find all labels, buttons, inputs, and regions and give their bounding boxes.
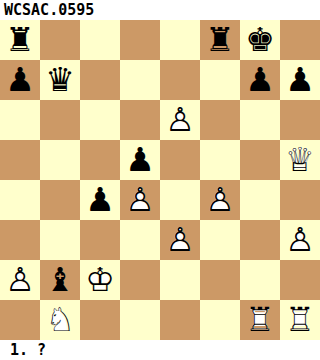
prompt-bar: 1. ? xyxy=(0,340,320,360)
square-a3[interactable] xyxy=(0,220,40,260)
square-h3[interactable]: ♟♙ xyxy=(280,220,320,260)
square-h1[interactable]: ♜♖ xyxy=(280,300,320,340)
piece-black-pawn: ♟ xyxy=(240,60,280,100)
square-a6[interactable] xyxy=(0,100,40,140)
square-a8[interactable]: ♜ xyxy=(0,20,40,60)
square-g8[interactable]: ♚ xyxy=(240,20,280,60)
piece-white-pawn: ♟♙ xyxy=(0,260,40,300)
square-c3[interactable] xyxy=(80,220,120,260)
square-f2[interactable] xyxy=(200,260,240,300)
square-b2[interactable]: ♝ xyxy=(40,260,80,300)
piece-white-pawn: ♟♙ xyxy=(160,220,200,260)
square-g5[interactable] xyxy=(240,140,280,180)
square-f4[interactable]: ♟♙ xyxy=(200,180,240,220)
square-g6[interactable] xyxy=(240,100,280,140)
square-e5[interactable] xyxy=(160,140,200,180)
square-h2[interactable] xyxy=(280,260,320,300)
square-d5[interactable]: ♟ xyxy=(120,140,160,180)
square-c1[interactable] xyxy=(80,300,120,340)
square-b4[interactable] xyxy=(40,180,80,220)
puzzle-id: WCSAC.0595 xyxy=(4,0,94,20)
square-c8[interactable] xyxy=(80,20,120,60)
piece-black-king: ♚ xyxy=(240,20,280,60)
square-f5[interactable] xyxy=(200,140,240,180)
square-b6[interactable] xyxy=(40,100,80,140)
piece-white-pawn: ♟♙ xyxy=(160,100,200,140)
square-b1[interactable]: ♞♘ xyxy=(40,300,80,340)
square-d3[interactable] xyxy=(120,220,160,260)
square-a5[interactable] xyxy=(0,140,40,180)
piece-white-knight: ♞♘ xyxy=(40,300,80,340)
piece-black-rook: ♜ xyxy=(200,20,240,60)
piece-black-bishop: ♝ xyxy=(40,260,80,300)
square-c5[interactable] xyxy=(80,140,120,180)
piece-black-pawn: ♟ xyxy=(120,140,160,180)
square-g4[interactable] xyxy=(240,180,280,220)
square-d6[interactable] xyxy=(120,100,160,140)
square-c2[interactable]: ♚♔ xyxy=(80,260,120,300)
square-d8[interactable] xyxy=(120,20,160,60)
piece-white-queen: ♛♕ xyxy=(280,140,320,180)
piece-white-king: ♚♔ xyxy=(80,260,120,300)
square-b7[interactable]: ♛ xyxy=(40,60,80,100)
piece-white-pawn: ♟♙ xyxy=(120,180,160,220)
square-h5[interactable]: ♛♕ xyxy=(280,140,320,180)
piece-black-pawn: ♟ xyxy=(80,180,120,220)
square-e6[interactable]: ♟♙ xyxy=(160,100,200,140)
square-h8[interactable] xyxy=(280,20,320,60)
piece-white-pawn: ♟♙ xyxy=(280,220,320,260)
square-a2[interactable]: ♟♙ xyxy=(0,260,40,300)
square-a7[interactable]: ♟ xyxy=(0,60,40,100)
square-d2[interactable] xyxy=(120,260,160,300)
square-a1[interactable] xyxy=(0,300,40,340)
square-g2[interactable] xyxy=(240,260,280,300)
chess-board: ♜♜♚♟♛♟♟♟♙♟♛♕♟♟♙♟♙♟♙♟♙♟♙♝♚♔♞♘♜♖♜♖ xyxy=(0,20,320,340)
square-h6[interactable] xyxy=(280,100,320,140)
piece-black-queen: ♛ xyxy=(40,60,80,100)
piece-black-pawn: ♟ xyxy=(0,60,40,100)
square-e2[interactable] xyxy=(160,260,200,300)
square-d4[interactable]: ♟♙ xyxy=(120,180,160,220)
square-h4[interactable] xyxy=(280,180,320,220)
title-bar: WCSAC.0595 xyxy=(0,0,320,20)
square-e3[interactable]: ♟♙ xyxy=(160,220,200,260)
square-f6[interactable] xyxy=(200,100,240,140)
square-c6[interactable] xyxy=(80,100,120,140)
square-a4[interactable] xyxy=(0,180,40,220)
move-prompt: 1. ? xyxy=(10,340,46,360)
square-g1[interactable]: ♜♖ xyxy=(240,300,280,340)
square-e7[interactable] xyxy=(160,60,200,100)
square-f8[interactable]: ♜ xyxy=(200,20,240,60)
square-e8[interactable] xyxy=(160,20,200,60)
square-b8[interactable] xyxy=(40,20,80,60)
square-f7[interactable] xyxy=(200,60,240,100)
square-g7[interactable]: ♟ xyxy=(240,60,280,100)
square-h7[interactable]: ♟ xyxy=(280,60,320,100)
square-e4[interactable] xyxy=(160,180,200,220)
square-b5[interactable] xyxy=(40,140,80,180)
square-g3[interactable] xyxy=(240,220,280,260)
square-b3[interactable] xyxy=(40,220,80,260)
piece-white-rook: ♜♖ xyxy=(240,300,280,340)
piece-black-rook: ♜ xyxy=(0,20,40,60)
square-f3[interactable] xyxy=(200,220,240,260)
square-c7[interactable] xyxy=(80,60,120,100)
square-f1[interactable] xyxy=(200,300,240,340)
square-e1[interactable] xyxy=(160,300,200,340)
piece-white-pawn: ♟♙ xyxy=(200,180,240,220)
square-c4[interactable]: ♟ xyxy=(80,180,120,220)
square-d1[interactable] xyxy=(120,300,160,340)
piece-black-pawn: ♟ xyxy=(280,60,320,100)
piece-white-rook: ♜♖ xyxy=(280,300,320,340)
square-d7[interactable] xyxy=(120,60,160,100)
